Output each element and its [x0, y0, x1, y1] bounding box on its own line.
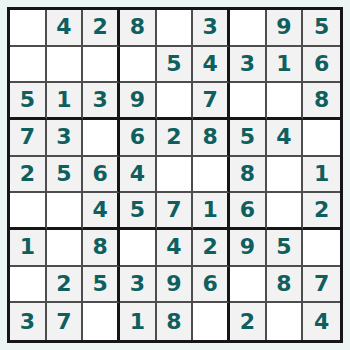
cell-r2c8[interactable]: 1	[267, 47, 304, 84]
cell-r1c7[interactable]	[230, 10, 267, 47]
cell-r7c5[interactable]: 4	[157, 230, 194, 267]
cell-r3c3[interactable]: 3	[83, 83, 120, 120]
cell-r6c1[interactable]	[10, 193, 47, 230]
cell-r9c5[interactable]: 8	[157, 303, 194, 340]
cell-r3c7[interactable]	[230, 83, 267, 120]
cell-r3c6[interactable]: 7	[193, 83, 230, 120]
cell-r3c8[interactable]	[267, 83, 304, 120]
cell-r8c5[interactable]: 9	[157, 267, 194, 304]
cell-r2c6[interactable]: 4	[193, 47, 230, 84]
cell-r2c9[interactable]: 6	[303, 47, 340, 84]
cell-r2c3[interactable]	[83, 47, 120, 84]
cell-r8c6[interactable]: 6	[193, 267, 230, 304]
cell-r1c9[interactable]: 5	[303, 10, 340, 47]
cell-r6c4[interactable]: 5	[120, 193, 157, 230]
cell-r6c3[interactable]: 4	[83, 193, 120, 230]
cell-r5c5[interactable]	[157, 157, 194, 194]
cell-r5c3[interactable]: 6	[83, 157, 120, 194]
cell-r9c2[interactable]: 7	[47, 303, 84, 340]
cell-r3c9[interactable]: 8	[303, 83, 340, 120]
cell-r5c4[interactable]: 4	[120, 157, 157, 194]
cell-r8c1[interactable]	[10, 267, 47, 304]
cell-r4c2[interactable]: 3	[47, 120, 84, 157]
cell-r5c2[interactable]: 5	[47, 157, 84, 194]
cell-r6c7[interactable]: 6	[230, 193, 267, 230]
sudoku-board: 4283955431651397873628542564814571621842…	[7, 7, 343, 343]
cell-r1c1[interactable]	[10, 10, 47, 47]
cell-r3c1[interactable]: 5	[10, 83, 47, 120]
cell-r5c7[interactable]: 8	[230, 157, 267, 194]
cell-r1c8[interactable]: 9	[267, 10, 304, 47]
cell-r7c2[interactable]	[47, 230, 84, 267]
cell-r4c5[interactable]: 2	[157, 120, 194, 157]
cell-r7c1[interactable]: 1	[10, 230, 47, 267]
cell-r3c4[interactable]: 9	[120, 83, 157, 120]
cell-r1c3[interactable]: 2	[83, 10, 120, 47]
cell-r6c6[interactable]: 1	[193, 193, 230, 230]
cell-r9c9[interactable]: 4	[303, 303, 340, 340]
cell-r7c7[interactable]: 9	[230, 230, 267, 267]
cell-r7c3[interactable]: 8	[83, 230, 120, 267]
cell-r9c1[interactable]: 3	[10, 303, 47, 340]
cell-r5c8[interactable]	[267, 157, 304, 194]
cell-r7c4[interactable]	[120, 230, 157, 267]
cell-r8c3[interactable]: 5	[83, 267, 120, 304]
cell-r1c5[interactable]	[157, 10, 194, 47]
cell-r1c6[interactable]: 3	[193, 10, 230, 47]
cell-r8c9[interactable]: 7	[303, 267, 340, 304]
cell-r9c3[interactable]	[83, 303, 120, 340]
cell-r9c4[interactable]: 1	[120, 303, 157, 340]
cell-r2c2[interactable]	[47, 47, 84, 84]
cell-r9c6[interactable]	[193, 303, 230, 340]
cell-r6c8[interactable]	[267, 193, 304, 230]
cell-r4c7[interactable]: 5	[230, 120, 267, 157]
cell-r3c2[interactable]: 1	[47, 83, 84, 120]
cell-r8c2[interactable]: 2	[47, 267, 84, 304]
cell-r7c9[interactable]	[303, 230, 340, 267]
cell-r4c4[interactable]: 6	[120, 120, 157, 157]
cell-r4c3[interactable]	[83, 120, 120, 157]
cell-r2c4[interactable]	[120, 47, 157, 84]
cell-r4c9[interactable]	[303, 120, 340, 157]
cell-r5c9[interactable]: 1	[303, 157, 340, 194]
cell-r2c1[interactable]	[10, 47, 47, 84]
cell-r5c1[interactable]: 2	[10, 157, 47, 194]
cell-r2c7[interactable]: 3	[230, 47, 267, 84]
cell-r8c7[interactable]	[230, 267, 267, 304]
cell-r8c4[interactable]: 3	[120, 267, 157, 304]
cell-r9c7[interactable]: 2	[230, 303, 267, 340]
cell-r7c6[interactable]: 2	[193, 230, 230, 267]
cell-r4c8[interactable]: 4	[267, 120, 304, 157]
cell-r3c5[interactable]	[157, 83, 194, 120]
cell-r9c8[interactable]	[267, 303, 304, 340]
cell-r6c9[interactable]: 2	[303, 193, 340, 230]
sudoku-screen: 4283955431651397873628542564814571621842…	[0, 0, 350, 350]
cell-r8c8[interactable]: 8	[267, 267, 304, 304]
cell-r4c6[interactable]: 8	[193, 120, 230, 157]
cell-r1c4[interactable]: 8	[120, 10, 157, 47]
cell-r6c2[interactable]	[47, 193, 84, 230]
cell-r5c6[interactable]	[193, 157, 230, 194]
cell-r1c2[interactable]: 4	[47, 10, 84, 47]
cell-r2c5[interactable]: 5	[157, 47, 194, 84]
cell-r6c5[interactable]: 7	[157, 193, 194, 230]
cell-r7c8[interactable]: 5	[267, 230, 304, 267]
cell-r4c1[interactable]: 7	[10, 120, 47, 157]
